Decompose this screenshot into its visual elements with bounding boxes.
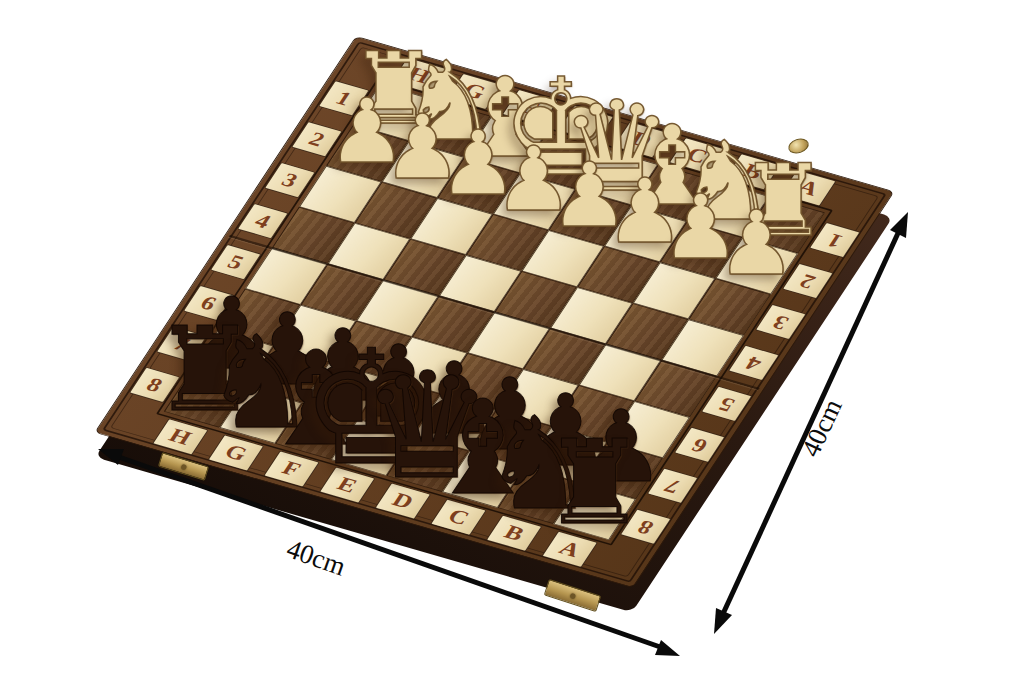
rank-label-right-5: 5	[701, 386, 753, 422]
black-rook[interactable]: ♜	[542, 424, 647, 541]
rank-label-right-6: 6	[674, 427, 726, 463]
rank-label-right-3: 3	[755, 304, 807, 340]
product-photo: HHGGFFEEDDCCBBAA1122334455667788 ♜♞♝♛♚♝♞…	[0, 0, 1024, 682]
rank-label-right-4: 4	[728, 345, 780, 381]
white-pawn[interactable]: ♟	[716, 199, 796, 288]
